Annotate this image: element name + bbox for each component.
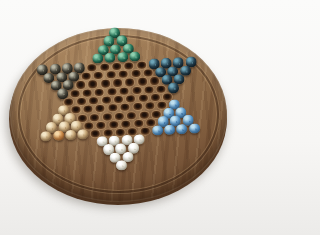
marble-tan[interactable] — [65, 129, 77, 140]
hole[interactable] — [150, 77, 159, 85]
hole[interactable] — [70, 90, 79, 98]
marble-light-blue[interactable] — [189, 123, 201, 134]
hole[interactable] — [101, 96, 110, 104]
star-grid — [34, 25, 202, 174]
hole[interactable] — [82, 72, 91, 80]
hole[interactable] — [90, 114, 99, 122]
hole[interactable] — [108, 104, 117, 112]
hole[interactable] — [114, 96, 123, 104]
hole[interactable] — [88, 80, 97, 88]
hole[interactable] — [138, 78, 147, 86]
hole[interactable] — [145, 102, 154, 110]
hole[interactable] — [97, 122, 106, 130]
hole[interactable] — [96, 105, 105, 113]
hole[interactable] — [157, 85, 166, 93]
hole[interactable] — [89, 97, 98, 105]
hole[interactable] — [132, 86, 141, 94]
marble-light-blue[interactable] — [164, 124, 176, 135]
hole[interactable] — [124, 62, 133, 70]
board-cell — [64, 131, 77, 140]
hole[interactable] — [134, 120, 143, 128]
board-cell — [176, 125, 189, 134]
hole[interactable] — [133, 103, 142, 111]
hole[interactable] — [106, 71, 115, 79]
hole[interactable] — [127, 112, 136, 120]
hole[interactable] — [82, 89, 91, 97]
hole[interactable] — [138, 94, 147, 102]
hole[interactable] — [151, 94, 160, 102]
hole[interactable] — [109, 121, 118, 129]
board-cell — [40, 132, 53, 141]
hole[interactable] — [125, 78, 134, 86]
hole[interactable] — [77, 98, 86, 106]
hole[interactable] — [121, 120, 130, 128]
marble-light-blue[interactable] — [176, 124, 188, 135]
hole[interactable] — [137, 61, 146, 69]
hole[interactable] — [131, 70, 140, 78]
hole[interactable] — [126, 95, 135, 103]
hole[interactable] — [144, 86, 153, 94]
board-cell — [77, 130, 90, 139]
board-cell — [116, 161, 129, 170]
hole[interactable] — [102, 113, 111, 121]
hole[interactable] — [87, 64, 96, 72]
marble-white[interactable] — [116, 160, 128, 171]
photo-scene — [0, 0, 235, 235]
hole[interactable] — [113, 79, 122, 87]
marble-tan[interactable] — [77, 129, 89, 140]
marble-tan[interactable] — [40, 131, 52, 142]
hole[interactable] — [94, 72, 103, 80]
hole[interactable] — [95, 88, 104, 96]
hole[interactable] — [120, 104, 129, 112]
board-cell — [151, 126, 164, 135]
hole[interactable] — [100, 63, 109, 71]
hole[interactable] — [139, 111, 148, 119]
hole[interactable] — [115, 112, 124, 120]
board-cell — [163, 126, 176, 135]
marble-orange[interactable] — [53, 130, 65, 141]
hole[interactable] — [112, 63, 121, 71]
hole[interactable] — [107, 88, 116, 96]
hole[interactable] — [143, 69, 152, 77]
hole[interactable] — [83, 106, 92, 114]
board-cell — [188, 124, 201, 133]
marble-light-blue[interactable] — [151, 125, 163, 136]
hole[interactable] — [101, 80, 110, 88]
hole[interactable] — [119, 71, 128, 79]
hole[interactable] — [119, 87, 128, 95]
hole[interactable] — [76, 81, 85, 89]
board-cell — [52, 131, 65, 140]
